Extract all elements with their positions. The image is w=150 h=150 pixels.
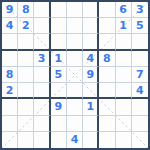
cell-r2c4[interactable]: [51, 18, 67, 34]
cell-r1c1-given[interactable]: 9: [2, 2, 18, 18]
cell-r7c9[interactable]: [132, 99, 148, 115]
cell-r5c7[interactable]: [99, 67, 115, 83]
cell-r8c7[interactable]: [99, 116, 115, 132]
cell-r7c4-given[interactable]: 9: [51, 99, 67, 115]
cell-r6c6[interactable]: [83, 83, 99, 99]
cell-r6c7[interactable]: [99, 83, 115, 99]
cell-r3c2[interactable]: [18, 34, 34, 50]
cell-r7c6-given[interactable]: 1: [83, 99, 99, 115]
cell-r3c4[interactable]: [51, 34, 67, 50]
cell-r5c6-given[interactable]: 9: [83, 67, 99, 83]
cell-r6c8[interactable]: [116, 83, 132, 99]
cell-r9c3[interactable]: [34, 132, 50, 148]
cell-r6c1-given[interactable]: 2: [2, 83, 18, 99]
cell-r4c9[interactable]: [132, 51, 148, 67]
cell-r8c8[interactable]: [116, 116, 132, 132]
cell-r8c2[interactable]: [18, 116, 34, 132]
cell-r3c1[interactable]: [2, 34, 18, 50]
cell-r5c8[interactable]: [116, 67, 132, 83]
cell-r5c2[interactable]: [18, 67, 34, 83]
cell-r2c3[interactable]: [34, 18, 50, 34]
cell-r4c4-given[interactable]: 1: [51, 51, 67, 67]
cell-r3c8[interactable]: [116, 34, 132, 50]
cell-r3c9[interactable]: [132, 34, 148, 50]
cell-r3c5[interactable]: [67, 34, 83, 50]
cell-r9c9[interactable]: [132, 132, 148, 148]
cell-r8c6[interactable]: [83, 116, 99, 132]
cell-r6c5[interactable]: [67, 83, 83, 99]
cell-r4c7-given[interactable]: 8: [99, 51, 115, 67]
cell-r7c1[interactable]: [2, 99, 18, 115]
cell-r9c8[interactable]: [116, 132, 132, 148]
cell-r1c7[interactable]: [99, 2, 115, 18]
cell-r7c5[interactable]: [67, 99, 83, 115]
cell-r9c4[interactable]: [51, 132, 67, 148]
cell-r6c4[interactable]: [51, 83, 67, 99]
cell-r2c9-given[interactable]: 5: [132, 18, 148, 34]
cell-r1c9-given[interactable]: 3: [132, 2, 148, 18]
cell-r8c5[interactable]: [67, 116, 83, 132]
cell-r4c2[interactable]: [18, 51, 34, 67]
cell-r7c8[interactable]: [116, 99, 132, 115]
cell-r6c3[interactable]: [34, 83, 50, 99]
cell-r5c9-given[interactable]: 7: [132, 67, 148, 83]
cell-r9c6[interactable]: [83, 132, 99, 148]
cell-r1c2-given[interactable]: 8: [18, 2, 34, 18]
cell-r1c4[interactable]: [51, 2, 67, 18]
cell-r2c1-given[interactable]: 4: [2, 18, 18, 34]
cell-r1c3[interactable]: [34, 2, 50, 18]
cell-r2c5[interactable]: [67, 18, 83, 34]
cell-r8c9[interactable]: [132, 116, 148, 132]
cell-r8c3[interactable]: [34, 116, 50, 132]
cell-r4c5[interactable]: [67, 51, 83, 67]
cell-r1c6[interactable]: [83, 2, 99, 18]
cell-r9c2[interactable]: [18, 132, 34, 148]
cell-r4c6-given[interactable]: 4: [83, 51, 99, 67]
sudoku-board: 986342153148859724914: [0, 0, 150, 150]
cell-r6c2[interactable]: [18, 83, 34, 99]
cell-r1c5[interactable]: [67, 2, 83, 18]
cell-r8c4[interactable]: [51, 116, 67, 132]
cell-r6c9-given[interactable]: 4: [132, 83, 148, 99]
cell-r4c3-given[interactable]: 3: [34, 51, 50, 67]
cell-r9c7[interactable]: [99, 132, 115, 148]
cell-r7c7[interactable]: [99, 99, 115, 115]
cell-r2c2-given[interactable]: 2: [18, 18, 34, 34]
cell-r4c8[interactable]: [116, 51, 132, 67]
cell-r9c5-given[interactable]: 4: [67, 132, 83, 148]
cell-r3c6[interactable]: [83, 34, 99, 50]
cell-r5c3[interactable]: [34, 67, 50, 83]
cell-r8c1[interactable]: [2, 116, 18, 132]
cell-r4c1[interactable]: [2, 51, 18, 67]
cell-r1c8-given[interactable]: 6: [116, 2, 132, 18]
cell-r7c2[interactable]: [18, 99, 34, 115]
cell-r9c1[interactable]: [2, 132, 18, 148]
cell-r5c4-given[interactable]: 5: [51, 67, 67, 83]
cell-r5c5[interactable]: [67, 67, 83, 83]
cell-r2c6[interactable]: [83, 18, 99, 34]
cell-r2c8-given[interactable]: 1: [116, 18, 132, 34]
cell-r2c7[interactable]: [99, 18, 115, 34]
cell-r3c3[interactable]: [34, 34, 50, 50]
cell-r3c7[interactable]: [99, 34, 115, 50]
cell-r5c1-given[interactable]: 8: [2, 67, 18, 83]
sudoku-grid: 986342153148859724914: [2, 2, 148, 148]
cell-r7c3[interactable]: [34, 99, 50, 115]
